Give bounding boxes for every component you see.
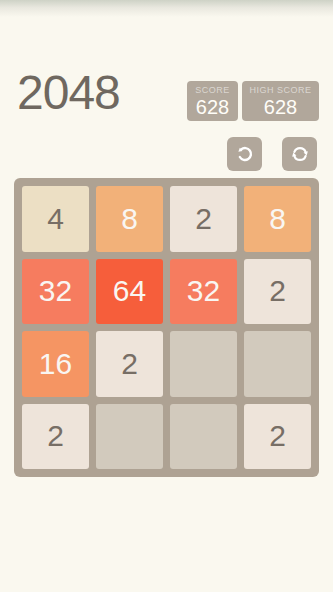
tile-r2c1: 32 bbox=[22, 259, 89, 325]
tile-r3c4 bbox=[244, 331, 311, 397]
score-label: SCORE bbox=[195, 85, 230, 96]
high-score-label: HIGH SCORE bbox=[249, 85, 311, 96]
game-board[interactable]: 4 8 2 8 32 64 32 2 16 2 2 2 bbox=[14, 178, 319, 477]
tile-r4c2 bbox=[96, 404, 163, 470]
restart-button[interactable] bbox=[282, 137, 317, 171]
app-title: 2048 bbox=[17, 69, 120, 117]
score-box: SCORE 628 bbox=[187, 81, 238, 121]
undo-button[interactable] bbox=[227, 137, 262, 171]
undo-icon bbox=[234, 143, 256, 165]
tile-r3c2: 2 bbox=[96, 331, 163, 397]
high-score-box: HIGH SCORE 628 bbox=[242, 81, 319, 121]
tile-r1c4: 8 bbox=[244, 186, 311, 252]
tile-r2c3: 32 bbox=[170, 259, 237, 325]
tile-r3c3 bbox=[170, 331, 237, 397]
tile-r4c4: 2 bbox=[244, 404, 311, 470]
tile-r1c2: 8 bbox=[96, 186, 163, 252]
tile-r3c1: 16 bbox=[22, 331, 89, 397]
tile-r4c1: 2 bbox=[22, 404, 89, 470]
refresh-icon bbox=[289, 143, 311, 165]
tile-r4c3 bbox=[170, 404, 237, 470]
tile-r2c4: 2 bbox=[244, 259, 311, 325]
tile-r1c3: 2 bbox=[170, 186, 237, 252]
tile-r1c1: 4 bbox=[22, 186, 89, 252]
status-bar-shadow bbox=[0, 0, 333, 17]
tile-r2c2: 64 bbox=[96, 259, 163, 325]
high-score-value: 628 bbox=[264, 96, 297, 118]
score-value: 628 bbox=[196, 96, 229, 118]
